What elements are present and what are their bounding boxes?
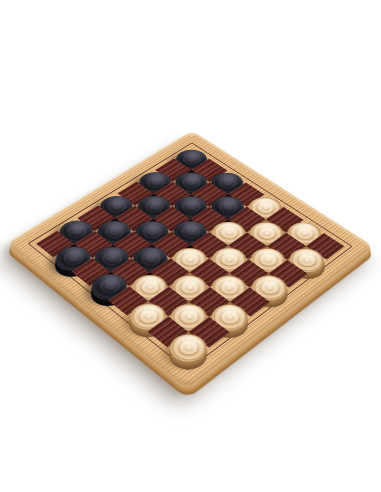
wood-checker-r7c5[interactable] bbox=[122, 298, 173, 336]
checkers-board bbox=[6, 130, 374, 389]
wood-checker-r5c7[interactable] bbox=[204, 299, 255, 337]
light-square-r4c6[interactable] bbox=[209, 273, 249, 302]
wood-checker-r7c7[interactable] bbox=[162, 329, 215, 369]
dark-square-r4c5[interactable] bbox=[190, 259, 229, 287]
wood-checker-r6c6[interactable] bbox=[163, 299, 214, 337]
wood-checker-r4c4[interactable] bbox=[165, 243, 214, 277]
wood-checker-r3c5[interactable] bbox=[204, 243, 253, 277]
wood-checker-r6c4[interactable] bbox=[124, 270, 174, 306]
wood-checker-r5c5[interactable] bbox=[164, 270, 214, 306]
light-square-r7c7[interactable] bbox=[167, 332, 209, 364]
dark-square-r6c3[interactable] bbox=[111, 258, 150, 286]
dark-square-r2c7[interactable] bbox=[269, 259, 309, 287]
black-checker-r7c1[interactable] bbox=[48, 242, 97, 276]
light-square-r6c4[interactable] bbox=[129, 272, 169, 301]
light-square-r6c6[interactable] bbox=[168, 301, 209, 331]
dark-square-r5c4[interactable] bbox=[150, 258, 189, 286]
dark-square-r3c6[interactable] bbox=[229, 259, 269, 287]
light-square-r5c3[interactable] bbox=[131, 245, 170, 272]
light-square-r1c7[interactable] bbox=[287, 246, 326, 273]
black-checker-r5c3[interactable] bbox=[126, 242, 175, 276]
dark-square-r4c7[interactable] bbox=[230, 287, 271, 317]
dark-square-r7c4[interactable] bbox=[108, 286, 148, 316]
black-checker-r6c2[interactable] bbox=[87, 242, 136, 276]
light-square-r4c4[interactable] bbox=[170, 245, 209, 272]
light-square-r3c5[interactable] bbox=[209, 245, 248, 272]
light-square-r2c6[interactable] bbox=[248, 246, 287, 273]
light-square-r7c1[interactable] bbox=[53, 244, 92, 271]
wood-checker-r1c7[interactable] bbox=[282, 244, 331, 278]
wood-checker-r3c7[interactable] bbox=[244, 271, 294, 307]
light-square-r7c3[interactable] bbox=[89, 272, 129, 301]
light-square-r5c7[interactable] bbox=[209, 302, 250, 332]
dark-square-r7c6[interactable] bbox=[147, 316, 189, 347]
dark-square-r5c6[interactable] bbox=[189, 287, 229, 317]
light-square-r6c2[interactable] bbox=[92, 244, 131, 271]
black-checker-r7c3[interactable] bbox=[84, 269, 134, 305]
light-square-r5c5[interactable] bbox=[169, 272, 209, 301]
board-grid bbox=[36, 147, 344, 363]
wood-checker-r4c6[interactable] bbox=[204, 270, 254, 306]
dark-square-r6c7[interactable] bbox=[188, 316, 230, 347]
dark-square-r7c2[interactable] bbox=[71, 258, 110, 286]
light-square-r7c5[interactable] bbox=[127, 301, 168, 331]
wood-checker-r2c6[interactable] bbox=[243, 243, 292, 277]
light-square-r3c7[interactable] bbox=[249, 273, 289, 302]
dark-square-r6c5[interactable] bbox=[149, 286, 189, 316]
